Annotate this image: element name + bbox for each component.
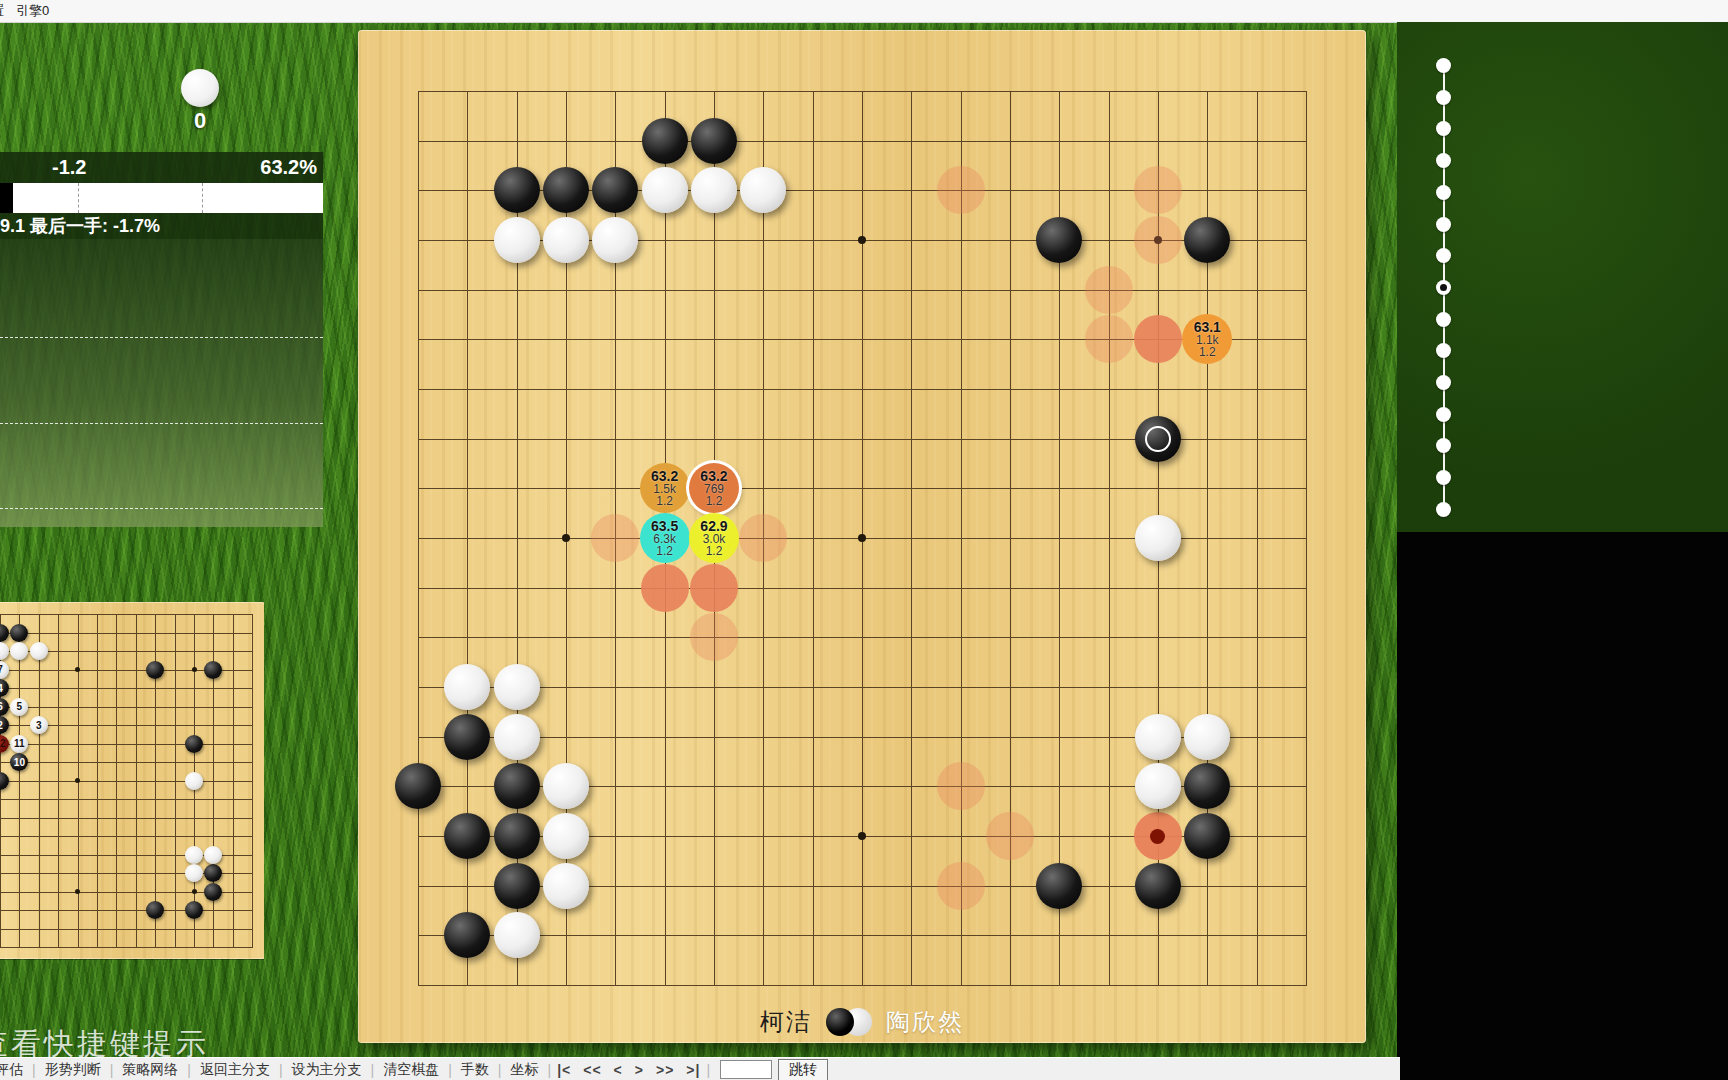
right-lower-black-area bbox=[1397, 532, 1728, 1080]
grid-line bbox=[418, 588, 1307, 589]
tree-node[interactable] bbox=[1436, 121, 1451, 136]
grid-line bbox=[0, 799, 253, 800]
player-names: 柯洁 陶欣然 bbox=[358, 1000, 1366, 1043]
suggestion-stone-plain[interactable] bbox=[641, 564, 689, 612]
white-stone bbox=[543, 813, 589, 859]
white-capture-count: 0 bbox=[168, 108, 232, 134]
grid-line bbox=[418, 935, 1307, 936]
mini-black-stone bbox=[185, 735, 203, 753]
faint-suggestion[interactable] bbox=[937, 762, 985, 810]
faint-suggestion[interactable] bbox=[739, 514, 787, 562]
mini-numbered-stone: 3 bbox=[30, 716, 48, 734]
grid-line bbox=[252, 614, 253, 948]
star-point bbox=[192, 889, 197, 894]
grid-line bbox=[116, 614, 117, 948]
white-stone bbox=[494, 912, 540, 958]
suggestion-stone-labeled[interactable]: 63.21.5k1.2 bbox=[640, 463, 690, 513]
menu-item-settings-clipped[interactable]: 置 bbox=[0, 2, 8, 20]
black-stone bbox=[494, 863, 540, 909]
suggestion-score: 1.2 bbox=[1199, 346, 1216, 358]
last-move-marker bbox=[1145, 426, 1171, 452]
white-stone bbox=[1184, 714, 1230, 760]
winrate-bar-marker bbox=[78, 183, 79, 213]
grid-line bbox=[0, 836, 253, 837]
suggestion-score: 1.2 bbox=[706, 545, 723, 557]
black-stone-icon bbox=[826, 1008, 854, 1036]
graph-gridline bbox=[0, 423, 323, 424]
grid-line bbox=[1109, 91, 1110, 986]
black-stone bbox=[1184, 217, 1230, 263]
black-stone bbox=[494, 813, 540, 859]
star-point bbox=[858, 236, 866, 244]
white-stone bbox=[543, 217, 589, 263]
grid-line bbox=[961, 91, 962, 986]
jump-move-input[interactable] bbox=[720, 1060, 772, 1079]
toolbar-button-7[interactable]: 手数 bbox=[452, 1061, 498, 1079]
tree-node[interactable] bbox=[1436, 502, 1451, 517]
grid-line bbox=[418, 985, 1307, 986]
mini-black-stone bbox=[146, 661, 164, 679]
white-stone bbox=[1135, 763, 1181, 809]
toolbar-button-3[interactable]: 策略网络 bbox=[113, 1061, 187, 1079]
winrate-bar-black-segment bbox=[0, 183, 13, 213]
grid-line bbox=[0, 910, 253, 911]
tree-node[interactable] bbox=[1436, 375, 1451, 390]
grid-line bbox=[97, 614, 98, 948]
toolbar-separator: | bbox=[706, 1062, 710, 1078]
mini-black-stone bbox=[204, 883, 222, 901]
graph-gridline bbox=[0, 337, 323, 338]
mini-white-stone bbox=[185, 864, 203, 882]
tree-node[interactable] bbox=[1436, 153, 1451, 168]
jump-button[interactable]: 跳转 bbox=[778, 1059, 828, 1080]
nav-button-6[interactable]: >| bbox=[680, 1062, 706, 1078]
tree-node-current[interactable] bbox=[1436, 280, 1451, 295]
toolbar-button-5[interactable]: 设为主分支 bbox=[283, 1061, 371, 1079]
grid-line bbox=[0, 947, 253, 948]
black-stone bbox=[642, 118, 688, 164]
nav-button-3[interactable]: < bbox=[608, 1062, 629, 1078]
suggestion-winrate: 63.5 bbox=[651, 519, 678, 533]
game-tree-panel[interactable] bbox=[1397, 22, 1728, 532]
grid-line bbox=[1257, 91, 1258, 986]
suggestion-score: 1.2 bbox=[656, 495, 673, 507]
score-lead-value: -1.2 bbox=[52, 156, 86, 179]
nav-button-1[interactable]: |< bbox=[551, 1062, 577, 1078]
suggestion-stone-plain[interactable] bbox=[690, 564, 738, 612]
marked-point-dot bbox=[1150, 829, 1165, 844]
shortcut-hint-text: 查看快捷键提示 bbox=[0, 1024, 209, 1058]
mini-white-stone bbox=[185, 772, 203, 790]
black-stone bbox=[1036, 863, 1082, 909]
grid-line bbox=[0, 781, 253, 782]
white-stone bbox=[1135, 714, 1181, 760]
toolbar-button-2[interactable]: 形势判断 bbox=[36, 1061, 110, 1079]
black-player-name: 柯洁 bbox=[760, 1006, 812, 1038]
app-window: 置 引擎0 0 -1.2 63.2% 9.1 最后一手: -1.7% 63.21… bbox=[0, 0, 1728, 1080]
toolbar-button-8[interactable]: 坐标 bbox=[501, 1061, 547, 1079]
suggestion-stone-labeled[interactable]: 63.27691.2 bbox=[689, 463, 739, 513]
tree-node[interactable] bbox=[1436, 217, 1451, 232]
white-stone bbox=[642, 167, 688, 213]
tree-node[interactable] bbox=[1436, 312, 1451, 327]
nav-button-2[interactable]: << bbox=[577, 1062, 607, 1078]
mini-black-stone bbox=[185, 901, 203, 919]
toolbar-button-6[interactable]: 清空棋盘 bbox=[374, 1061, 448, 1079]
grid-line bbox=[0, 929, 253, 930]
suggestion-stone-labeled[interactable]: 62.93.0k1.2 bbox=[689, 513, 739, 563]
tree-node[interactable] bbox=[1436, 470, 1451, 485]
winrate-bar-marker bbox=[202, 183, 203, 213]
suggestion-stone-labeled[interactable]: 63.56.3k1.2 bbox=[640, 513, 690, 563]
faint-suggestion[interactable] bbox=[1085, 266, 1133, 314]
faint-suggestion[interactable] bbox=[937, 862, 985, 910]
tree-node[interactable] bbox=[1436, 248, 1451, 263]
grid-line bbox=[136, 614, 137, 948]
white-player-name: 陶欣然 bbox=[886, 1006, 964, 1038]
mini-black-stone bbox=[204, 661, 222, 679]
mini-white-stone bbox=[30, 642, 48, 660]
mini-white-stone bbox=[204, 846, 222, 864]
tree-node[interactable] bbox=[1436, 438, 1451, 453]
black-stone bbox=[1036, 217, 1082, 263]
mini-numbered-stone: 11 bbox=[10, 735, 28, 753]
winrate-value: 63.2% bbox=[260, 156, 317, 179]
white-stone bbox=[691, 167, 737, 213]
mini-record-board[interactable]: 746523111210 bbox=[0, 602, 264, 960]
mini-numbered-stone: 5 bbox=[10, 698, 28, 716]
star-point bbox=[562, 534, 570, 542]
grid-line bbox=[0, 744, 253, 745]
tree-node[interactable] bbox=[1436, 90, 1451, 105]
star-point bbox=[858, 534, 866, 542]
winrate-graph[interactable] bbox=[0, 239, 323, 527]
white-stone bbox=[1135, 515, 1181, 561]
winrate-bar bbox=[0, 183, 323, 213]
star-point bbox=[192, 667, 197, 672]
nav-button-4[interactable]: > bbox=[629, 1062, 650, 1078]
menu-bar: 置 引擎0 bbox=[0, 0, 1728, 23]
last-move-delta: 9.1 最后一手: -1.7% bbox=[0, 213, 323, 239]
nav-button-5[interactable]: >> bbox=[650, 1062, 680, 1078]
faint-suggestion[interactable] bbox=[986, 812, 1034, 860]
white-stone bbox=[494, 714, 540, 760]
white-stone bbox=[494, 664, 540, 710]
grid-line bbox=[418, 687, 1307, 688]
black-white-stones-icon bbox=[826, 1008, 872, 1036]
suggestion-stone-plain[interactable] bbox=[1134, 315, 1182, 363]
white-capture-stone-icon bbox=[181, 69, 219, 107]
main-go-board[interactable]: 63.21.5k1.263.27691.263.56.3k1.262.93.0k… bbox=[358, 30, 1366, 1043]
tree-node[interactable] bbox=[1436, 343, 1451, 358]
toolbar-button-4[interactable]: 返回主分支 bbox=[191, 1061, 279, 1079]
black-stone bbox=[1184, 813, 1230, 859]
faint-suggestion[interactable] bbox=[1134, 166, 1182, 214]
mini-white-stone bbox=[185, 846, 203, 864]
grid-line bbox=[1306, 91, 1307, 986]
white-stone bbox=[494, 217, 540, 263]
suggestion-winrate: 62.9 bbox=[700, 519, 727, 533]
grid-line bbox=[175, 614, 176, 948]
winrate-header: -1.2 63.2% bbox=[0, 152, 323, 183]
black-stone bbox=[543, 167, 589, 213]
faint-suggestion[interactable] bbox=[690, 613, 738, 661]
mini-black-stone bbox=[10, 624, 28, 642]
white-stone bbox=[543, 863, 589, 909]
black-stone bbox=[444, 714, 490, 760]
suggestion-score: 1.2 bbox=[656, 545, 673, 557]
grid-line bbox=[0, 818, 253, 819]
faint-suggestion[interactable] bbox=[937, 166, 985, 214]
white-stone bbox=[592, 217, 638, 263]
suggestion-score: 1.2 bbox=[706, 495, 723, 507]
black-stone bbox=[494, 167, 540, 213]
star-point bbox=[858, 832, 866, 840]
menu-item-engine[interactable]: 引擎0 bbox=[8, 2, 57, 20]
faint-suggestion[interactable] bbox=[591, 514, 639, 562]
grid-line bbox=[418, 637, 1307, 638]
toolbar-button-1[interactable]: 评估 bbox=[0, 1061, 32, 1079]
grid-line bbox=[233, 614, 234, 948]
black-stone bbox=[494, 763, 540, 809]
black-stone bbox=[691, 118, 737, 164]
grid-line bbox=[0, 762, 253, 763]
tree-node[interactable] bbox=[1436, 185, 1451, 200]
faint-suggestion[interactable] bbox=[1085, 315, 1133, 363]
black-stone bbox=[1135, 863, 1181, 909]
tree-node[interactable] bbox=[1436, 58, 1451, 73]
faint-suggestion[interactable] bbox=[1134, 216, 1182, 264]
graph-gridline bbox=[0, 508, 323, 509]
tree-node[interactable] bbox=[1436, 407, 1451, 422]
grid-line bbox=[911, 91, 912, 986]
bottom-toolbar: 评估|形势判断|策略网络|返回主分支|设为主分支|清空棋盘|手数|坐标||<<<… bbox=[0, 1057, 1400, 1080]
